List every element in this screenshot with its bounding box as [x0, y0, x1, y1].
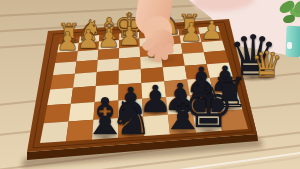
white-pawn[interactable]: ♟	[199, 18, 225, 44]
photo-scene: ♛♛ ♜♞♝♚♞♜♟♟♟♟♟♟♟♟♟♟♟♟♞♜♝♞♝♚	[0, 0, 300, 169]
black-king[interactable]: ♚	[180, 79, 237, 136]
black-knight[interactable]: ♞	[107, 93, 156, 142]
